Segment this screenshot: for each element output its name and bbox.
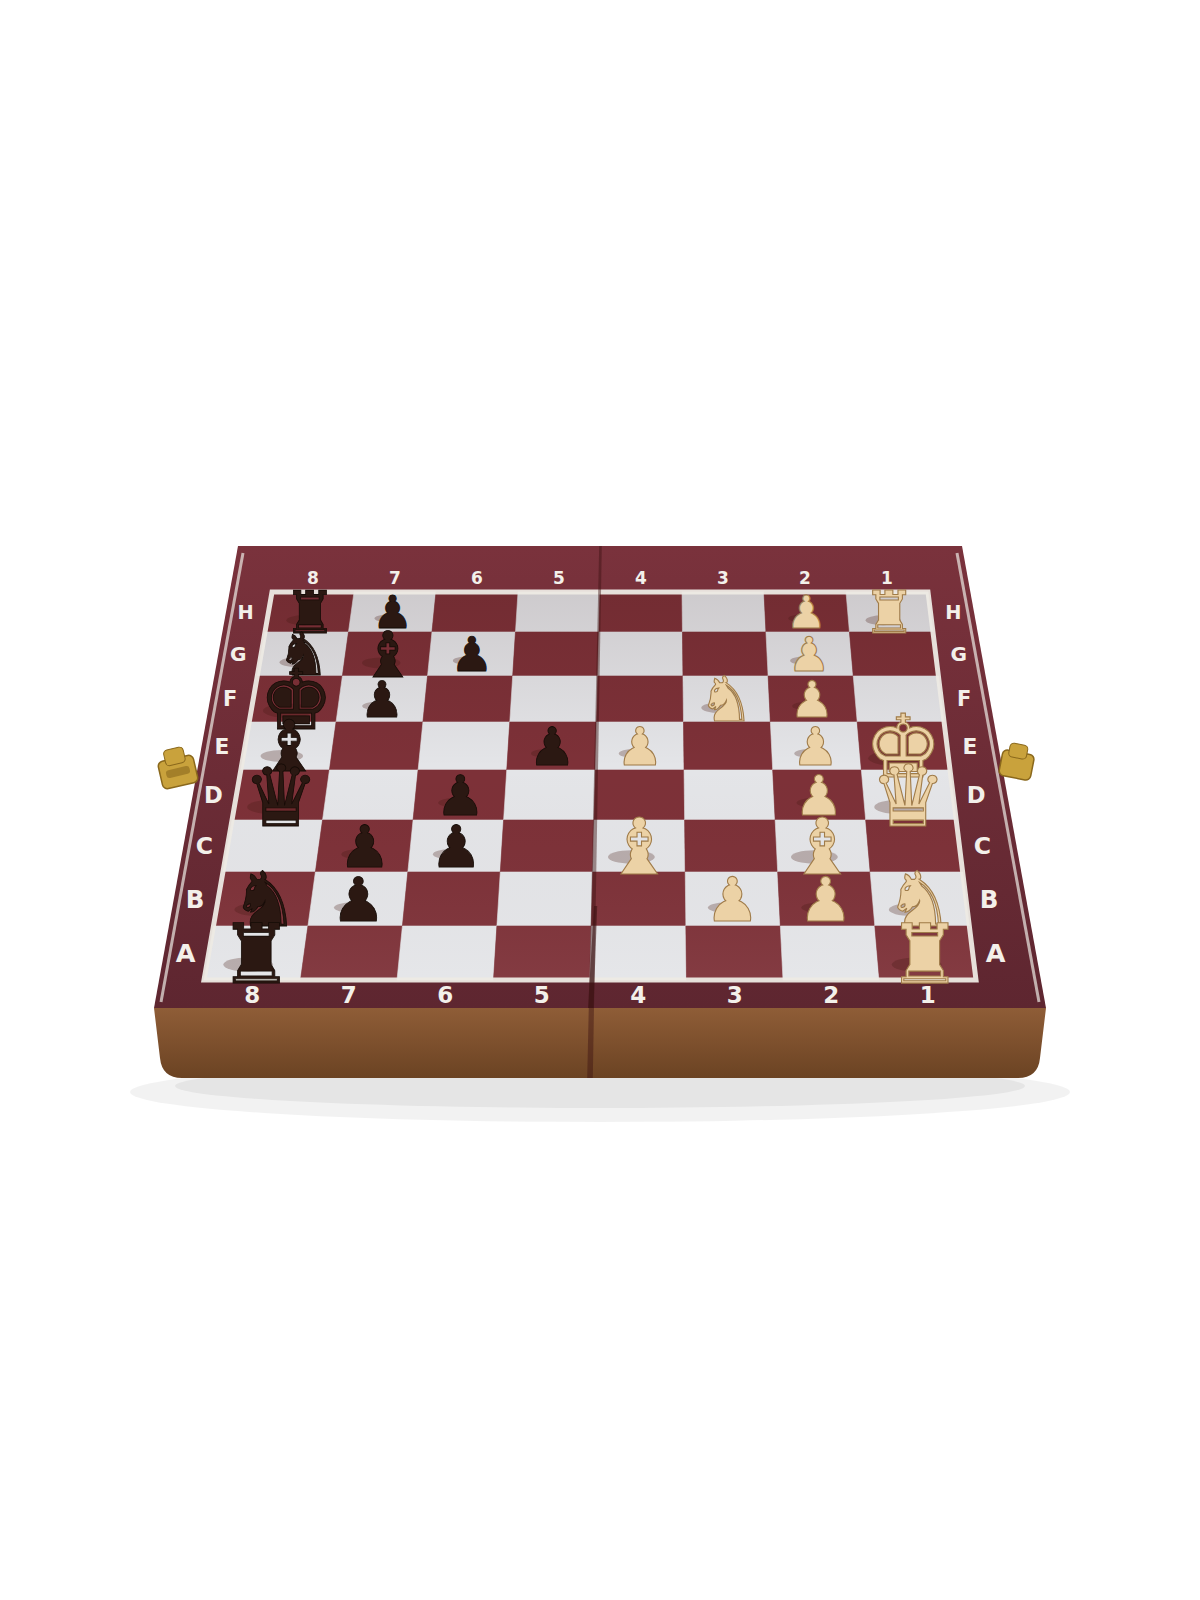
- rank-label-top-7: 7: [389, 568, 401, 588]
- rank-label-bottom-3: 3: [727, 982, 743, 1008]
- rank-label-top-3: 3: [717, 568, 729, 588]
- file-label-left-E: E: [215, 734, 230, 759]
- file-label-right-G: G: [950, 642, 967, 666]
- right-clasp: [998, 741, 1036, 780]
- left-clasp: [155, 745, 199, 790]
- chess-board-scene: 8877665544332211HHGGFFEEDDCCBBAA♜♟♟♜♞♝♟♟…: [0, 0, 1200, 1600]
- file-label-right-A: A: [986, 938, 1006, 968]
- board-photo-svg: 8877665544332211HHGGFFEEDDCCBBAA♜♟♟♜♞♝♟♟…: [0, 0, 1200, 1600]
- file-label-left-C: C: [196, 832, 213, 860]
- piece-white-bishop-c4: ♝: [604, 801, 674, 892]
- piece-black-pawn-f7: ♟: [360, 670, 405, 729]
- rank-label-bottom-6: 6: [437, 982, 453, 1008]
- piece-black-rook-a8: ♜: [219, 906, 293, 1003]
- file-label-left-A: A: [176, 938, 196, 968]
- rank-label-bottom-5: 5: [534, 982, 550, 1008]
- rank-label-top-2: 2: [799, 568, 811, 588]
- rank-label-bottom-7: 7: [341, 982, 357, 1008]
- file-label-left-G: G: [230, 642, 247, 666]
- file-label-right-H: H: [945, 601, 961, 624]
- rank-label-top-5: 5: [553, 568, 565, 588]
- box-front-face: [154, 1008, 1046, 1078]
- rank-label-bottom-2: 2: [823, 982, 839, 1008]
- file-label-right-D: D: [967, 782, 986, 808]
- file-label-right-E: E: [963, 734, 978, 759]
- piece-white-queen-d1: ♛: [870, 747, 946, 846]
- file-label-right-C: C: [974, 832, 991, 860]
- piece-white-pawn-b2: ♟: [798, 864, 853, 935]
- piece-black-pawn-b7: ♟: [331, 864, 386, 935]
- rank-label-top-4: 4: [635, 568, 647, 588]
- piece-black-pawn-g6: ♟: [451, 627, 494, 682]
- piece-black-pawn-e5: ♟: [529, 716, 576, 777]
- file-label-left-D: D: [204, 782, 223, 808]
- piece-white-knight-f3: ♞: [698, 663, 754, 736]
- piece-black-queen-d8: ♛: [243, 747, 319, 846]
- rank-label-top-6: 6: [471, 568, 483, 588]
- piece-black-pawn-c6: ♟: [430, 813, 482, 881]
- file-label-left-B: B: [186, 885, 205, 914]
- product-photo-page: 8877665544332211HHGGFFEEDDCCBBAA♜♟♟♜♞♝♟♟…: [0, 0, 1200, 1600]
- file-label-left-H: H: [237, 601, 253, 624]
- file-label-right-F: F: [957, 687, 971, 711]
- piece-white-pawn-e4: ♟: [616, 716, 663, 777]
- piece-white-rook-a1: ♜: [888, 906, 962, 1003]
- rank-label-bottom-4: 4: [630, 982, 646, 1008]
- piece-white-rook-h1: ♜: [863, 579, 916, 647]
- file-label-left-F: F: [223, 687, 237, 711]
- piece-white-pawn-b3: ♟: [705, 864, 760, 935]
- file-label-right-B: B: [980, 885, 999, 914]
